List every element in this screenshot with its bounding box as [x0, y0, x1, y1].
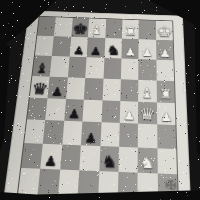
square[interactable] [54, 17, 72, 36]
white-pawn[interactable]: ♟ [157, 109, 176, 124]
maker-mark: ····· [181, 86, 185, 95]
square[interactable]: ♛ [30, 76, 50, 98]
white-pawn[interactable]: ♟ [139, 44, 157, 58]
square[interactable] [157, 125, 176, 150]
board-emblem: ✠ [165, 178, 176, 193]
black-knight[interactable]: ♞ [104, 40, 122, 57]
square[interactable]: ♞ [99, 146, 119, 172]
square[interactable] [138, 173, 158, 200]
square[interactable] [18, 168, 41, 195]
square[interactable]: ♟ [156, 40, 174, 60]
white-rook[interactable]: ♜ [157, 84, 176, 100]
square[interactable]: ♝ [88, 18, 106, 37]
black-pawn[interactable]: ♟ [64, 105, 83, 120]
white-pawn[interactable]: ♟ [121, 43, 139, 57]
square[interactable] [156, 60, 174, 81]
square[interactable] [38, 169, 60, 196]
background-sliver-right [192, 16, 200, 156]
square[interactable] [24, 120, 45, 144]
square[interactable]: ♟ [157, 102, 176, 125]
black-knight[interactable]: ♞ [99, 151, 119, 170]
white-pawn[interactable]: ♟ [120, 107, 139, 122]
white-pawn[interactable]: ♟ [156, 45, 174, 59]
square[interactable] [43, 120, 64, 144]
black-pawn[interactable]: ♟ [41, 152, 61, 168]
background-sliver-left [0, 40, 10, 152]
square[interactable] [121, 58, 139, 79]
square[interactable] [120, 79, 138, 101]
square[interactable] [103, 58, 121, 79]
square[interactable]: ♟ [120, 101, 139, 124]
square[interactable] [98, 171, 119, 198]
black-king[interactable]: ♚ [71, 17, 89, 36]
square[interactable] [118, 147, 138, 173]
film-grain-noise [0, 0, 1, 1]
square[interactable] [66, 77, 85, 99]
square[interactable] [100, 123, 120, 147]
photo-background: ♚♝♜♚♟♟♞♟♟♟♝♛♟♝♜♟♟♛♟♟♟♞♞ ✠ ····· [0, 0, 200, 200]
square[interactable] [79, 146, 100, 172]
square[interactable]: ♟ [81, 122, 101, 146]
square[interactable] [37, 17, 56, 36]
square[interactable]: ♟ [64, 99, 84, 122]
square[interactable]: ♟ [69, 37, 88, 57]
square[interactable] [157, 149, 177, 175]
square[interactable]: ♟ [87, 37, 105, 57]
square[interactable] [52, 36, 71, 56]
white-king[interactable]: ♚ [156, 20, 174, 39]
square[interactable] [60, 145, 81, 171]
white-bishop[interactable]: ♝ [138, 83, 157, 100]
black-queen[interactable]: ♛ [30, 77, 49, 96]
black-pawn[interactable]: ♟ [48, 82, 67, 96]
square[interactable] [58, 170, 80, 197]
black-pawn[interactable]: ♟ [81, 129, 101, 144]
square[interactable]: ♜ [156, 80, 174, 102]
white-bishop[interactable]: ♝ [88, 20, 106, 36]
square[interactable] [119, 123, 138, 148]
square[interactable] [35, 35, 54, 55]
black-pawn[interactable]: ♟ [70, 42, 88, 56]
board-tilt: ♚♝♜♚♟♟♞♟♟♟♝♛♟♝♜♟♟♛♟♟♟♞♞ ✠ ····· [2, 10, 192, 200]
square[interactable] [105, 19, 122, 39]
square[interactable] [78, 170, 99, 197]
square[interactable]: ♟ [121, 38, 138, 58]
square[interactable]: ♝ [138, 80, 156, 102]
square[interactable]: ♚ [156, 21, 173, 41]
square[interactable] [118, 172, 138, 199]
square[interactable]: ♟ [41, 144, 62, 170]
square[interactable] [83, 99, 103, 122]
square[interactable]: ♞ [104, 38, 122, 58]
square[interactable] [27, 97, 48, 120]
white-rook[interactable]: ♜ [122, 22, 140, 37]
square[interactable] [138, 124, 157, 149]
square[interactable] [68, 56, 87, 77]
square[interactable] [50, 56, 69, 77]
square[interactable]: ♞ [138, 148, 158, 174]
square[interactable]: ♜ [122, 20, 139, 40]
square[interactable] [85, 57, 104, 78]
square[interactable] [101, 100, 120, 123]
square[interactable]: ♚ [71, 18, 89, 37]
square[interactable]: ♟ [48, 76, 68, 98]
square[interactable]: ♛ [138, 101, 157, 124]
square[interactable] [46, 98, 66, 121]
square[interactable] [84, 78, 103, 100]
black-pawn[interactable]: ♟ [87, 42, 105, 56]
square[interactable] [102, 78, 121, 100]
square[interactable]: ♟ [139, 39, 156, 59]
square[interactable] [62, 121, 82, 145]
black-bishop[interactable]: ♝ [33, 58, 51, 75]
white-knight[interactable]: ♞ [138, 153, 158, 172]
square[interactable] [139, 59, 157, 80]
board-grid: ♚♝♜♚♟♟♞♟♟♟♝♛♟♝♜♟♟♛♟♟♟♞♞ [17, 16, 179, 200]
white-queen[interactable]: ♛ [138, 103, 157, 123]
square[interactable]: ♝ [32, 55, 52, 76]
chess-board: ♚♝♜♚♟♟♞♟♟♟♝♛♟♝♜♟♟♛♟♟♟♞♞ ✠ ····· [2, 10, 192, 200]
square[interactable] [139, 20, 156, 40]
